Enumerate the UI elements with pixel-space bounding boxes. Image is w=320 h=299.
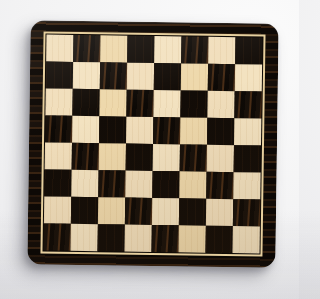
square-b6 — [72, 89, 99, 116]
square-g7 — [208, 64, 235, 91]
square-b2 — [71, 197, 98, 224]
square-d7 — [127, 63, 154, 90]
square-a3 — [44, 169, 71, 196]
square-c7 — [100, 62, 127, 89]
square-h8 — [235, 37, 262, 64]
square-e8 — [154, 36, 181, 63]
square-h2 — [233, 199, 260, 226]
square-h1 — [232, 226, 259, 253]
square-c1 — [97, 224, 124, 251]
square-g6 — [207, 91, 234, 118]
square-d6 — [126, 90, 153, 117]
square-f8 — [181, 36, 208, 63]
square-a2 — [44, 196, 71, 223]
square-e4 — [153, 144, 180, 171]
board-grid — [44, 35, 263, 254]
square-h7 — [235, 64, 262, 91]
square-g4 — [207, 145, 234, 172]
square-a5 — [45, 115, 72, 142]
square-b4 — [72, 143, 99, 170]
square-a4 — [45, 142, 72, 169]
square-h4 — [234, 145, 261, 172]
square-f4 — [180, 144, 207, 171]
square-d3 — [125, 171, 152, 198]
square-h6 — [234, 91, 261, 118]
square-e5 — [153, 117, 180, 144]
chess-board — [27, 20, 278, 267]
square-f1 — [178, 225, 205, 252]
square-a6 — [45, 88, 72, 115]
square-a8 — [46, 35, 73, 62]
square-b8 — [73, 35, 100, 62]
square-d5 — [126, 117, 153, 144]
square-d4 — [126, 144, 153, 171]
square-c4 — [99, 143, 126, 170]
photo-backdrop — [0, 0, 299, 299]
square-g8 — [208, 37, 235, 64]
square-d1 — [124, 225, 151, 252]
square-g1 — [205, 226, 232, 253]
square-c8 — [100, 35, 127, 62]
square-d8 — [127, 36, 154, 63]
square-e2 — [152, 198, 179, 225]
square-a7 — [46, 61, 73, 88]
square-e7 — [154, 63, 181, 90]
square-g3 — [206, 172, 233, 199]
square-b5 — [72, 116, 99, 143]
square-c2 — [98, 197, 125, 224]
square-d2 — [125, 198, 152, 225]
square-g5 — [207, 118, 234, 145]
square-f2 — [179, 198, 206, 225]
square-f3 — [179, 171, 206, 198]
square-b7 — [73, 62, 100, 89]
square-f5 — [180, 117, 207, 144]
square-f7 — [181, 63, 208, 90]
square-c5 — [99, 116, 126, 143]
square-h3 — [233, 172, 260, 199]
square-c3 — [98, 170, 125, 197]
square-a1 — [44, 223, 71, 250]
square-b3 — [71, 170, 98, 197]
square-e6 — [153, 90, 180, 117]
square-e3 — [152, 171, 179, 198]
square-c6 — [99, 89, 126, 116]
square-h5 — [234, 118, 261, 145]
playing-area — [40, 31, 265, 256]
square-f6 — [180, 90, 207, 117]
square-g2 — [206, 199, 233, 226]
square-e1 — [151, 225, 178, 252]
square-b1 — [70, 224, 97, 251]
